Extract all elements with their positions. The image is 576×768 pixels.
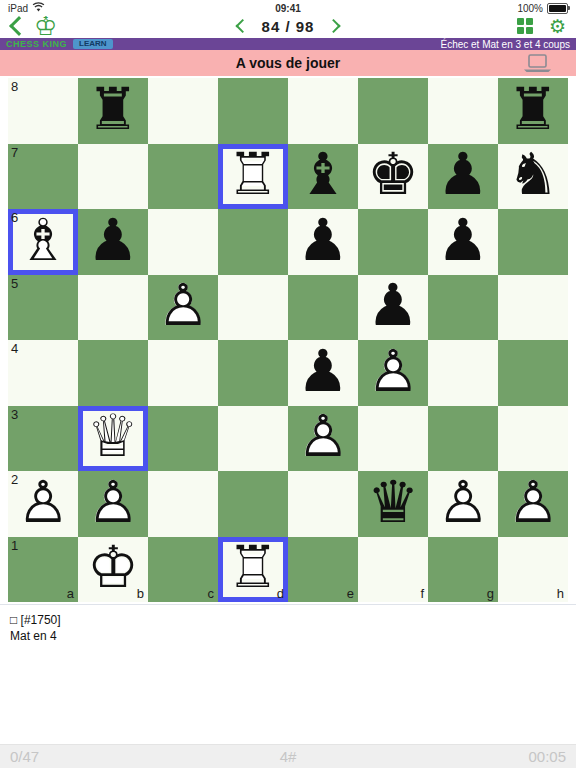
square-h6[interactable] — [498, 209, 568, 275]
rank-label-7: 7 — [11, 145, 18, 160]
square-h3[interactable] — [498, 406, 568, 472]
white-bishop: ♝♗ — [8, 209, 78, 275]
square-f6[interactable] — [358, 209, 428, 275]
square-f1[interactable]: f — [358, 537, 428, 603]
black-knight: ♞ — [498, 144, 568, 210]
square-e6[interactable]: ♟ — [288, 209, 358, 275]
square-c1[interactable]: c — [148, 537, 218, 603]
square-c4[interactable] — [148, 340, 218, 406]
your-move-prompt: A vous de jouer — [236, 55, 341, 71]
square-a5[interactable]: 5 — [8, 275, 78, 341]
square-d5[interactable] — [218, 275, 288, 341]
rank-label-6: 6 — [11, 210, 18, 225]
square-d1[interactable]: d♜♖ — [218, 537, 288, 603]
rank-label-8: 8 — [11, 79, 18, 94]
puzzle-goal: Mat en 4 — [10, 628, 61, 644]
square-b6[interactable]: ♟ — [78, 209, 148, 275]
square-e1[interactable]: e — [288, 537, 358, 603]
square-e7[interactable]: ♝ — [288, 144, 358, 210]
square-g7[interactable]: ♟ — [428, 144, 498, 210]
square-b2[interactable]: ♟♙ — [78, 471, 148, 537]
brand-logo: CHESS KING — [6, 39, 67, 49]
square-d3[interactable] — [218, 406, 288, 472]
chess-board: 8♜♜7♜♖♝♚♟♞6♝♗♟♟♟5♟♙♟4♟♟♙3♛♕♟♙2♟♙♟♙♛♟♙♟♙1… — [8, 78, 568, 602]
battery-icon — [547, 3, 568, 14]
square-e8[interactable] — [288, 78, 358, 144]
puzzle-caption: □ [#1750] Mat en 4 — [10, 612, 61, 644]
square-d8[interactable] — [218, 78, 288, 144]
square-g4[interactable] — [428, 340, 498, 406]
black-pawn: ♟ — [288, 209, 358, 275]
square-a1[interactable]: 1a — [8, 537, 78, 603]
white-queen: ♛♕ — [78, 406, 148, 472]
file-label-g: g — [487, 586, 494, 601]
black-pawn: ♟ — [78, 209, 148, 275]
puzzle-id: [#1750] — [21, 613, 61, 627]
square-e3[interactable]: ♟♙ — [288, 406, 358, 472]
white-to-move-icon: □ — [10, 613, 17, 627]
square-h5[interactable] — [498, 275, 568, 341]
rank-label-3: 3 — [11, 407, 18, 422]
square-b4[interactable] — [78, 340, 148, 406]
prompt-bar: A vous de jouer — [0, 50, 576, 76]
black-king: ♚ — [358, 144, 428, 210]
learn-badge: LEARN — [73, 39, 113, 49]
white-pawn: ♟♙ — [288, 406, 358, 472]
square-b5[interactable] — [78, 275, 148, 341]
prev-puzzle-button[interactable] — [235, 19, 249, 33]
square-a4[interactable]: 4 — [8, 340, 78, 406]
chess-king-logo-icon: ♔ — [34, 14, 57, 38]
square-g6[interactable]: ♟ — [428, 209, 498, 275]
grid-view-button[interactable] — [517, 18, 533, 34]
device-label: iPad — [8, 3, 28, 14]
white-pawn: ♟♙ — [148, 275, 218, 341]
square-g8[interactable] — [428, 78, 498, 144]
rank-label-5: 5 — [11, 276, 18, 291]
square-a7[interactable]: 7 — [8, 144, 78, 210]
rank-label-2: 2 — [11, 472, 18, 487]
black-rook: ♜ — [498, 78, 568, 144]
square-f7[interactable]: ♚ — [358, 144, 428, 210]
square-e5[interactable] — [288, 275, 358, 341]
square-c5[interactable]: ♟♙ — [148, 275, 218, 341]
bottom-bar: 0/47 4# 00:05 — [0, 744, 576, 768]
square-g2[interactable]: ♟♙ — [428, 471, 498, 537]
black-queen: ♛ — [358, 471, 428, 537]
file-label-c: c — [208, 586, 215, 601]
square-c2[interactable] — [148, 471, 218, 537]
black-bishop: ♝ — [288, 144, 358, 210]
board-shadow-line — [0, 604, 576, 605]
square-f4[interactable]: ♟♙ — [358, 340, 428, 406]
white-pawn: ♟♙ — [8, 471, 78, 537]
course-title: Échec et Mat en 3 et 4 coups — [440, 39, 570, 50]
mate-in-label: 4# — [280, 748, 297, 765]
rank-label-4: 4 — [11, 341, 18, 356]
square-d2[interactable] — [218, 471, 288, 537]
square-f2[interactable]: ♛ — [358, 471, 428, 537]
square-g3[interactable] — [428, 406, 498, 472]
black-rook: ♜ — [78, 78, 148, 144]
file-label-f: f — [420, 586, 424, 601]
square-h2[interactable]: ♟♙ — [498, 471, 568, 537]
black-pawn: ♟ — [288, 340, 358, 406]
square-f8[interactable] — [358, 78, 428, 144]
file-label-d: d — [277, 586, 284, 601]
computer-play-icon[interactable] — [522, 54, 552, 77]
square-h7[interactable]: ♞ — [498, 144, 568, 210]
square-b8[interactable]: ♜ — [78, 78, 148, 144]
square-b3[interactable]: ♛♕ — [78, 406, 148, 472]
square-c6[interactable] — [148, 209, 218, 275]
black-pawn: ♟ — [358, 275, 428, 341]
square-h4[interactable] — [498, 340, 568, 406]
file-label-e: e — [347, 586, 354, 601]
timer: 00:05 — [528, 748, 566, 765]
file-label-a: a — [67, 586, 74, 601]
status-bar: iPad 09:41 100% — [0, 0, 576, 14]
square-a3[interactable]: 3 — [8, 406, 78, 472]
square-c8[interactable] — [148, 78, 218, 144]
square-h8[interactable]: ♜ — [498, 78, 568, 144]
black-pawn: ♟ — [428, 209, 498, 275]
square-f5[interactable]: ♟ — [358, 275, 428, 341]
square-a6[interactable]: 6♝♗ — [8, 209, 78, 275]
square-a8[interactable]: 8 — [8, 78, 78, 144]
puzzle-counter: 84 / 98 — [262, 18, 315, 35]
nav-bar: ♔ 84 / 98 ⚙ — [0, 14, 576, 38]
battery-percent: 100% — [517, 3, 543, 14]
square-b1[interactable]: b♚♔ — [78, 537, 148, 603]
square-e2[interactable] — [288, 471, 358, 537]
square-d4[interactable] — [218, 340, 288, 406]
square-e4[interactable]: ♟ — [288, 340, 358, 406]
square-b7[interactable] — [78, 144, 148, 210]
square-a2[interactable]: 2♟♙ — [8, 471, 78, 537]
square-c3[interactable] — [148, 406, 218, 472]
rank-label-1: 1 — [11, 538, 18, 553]
file-label-b: b — [137, 586, 144, 601]
next-puzzle-button[interactable] — [326, 19, 340, 33]
back-button[interactable] — [9, 16, 29, 36]
white-pawn: ♟♙ — [358, 340, 428, 406]
score-counter: 0/47 — [10, 748, 39, 765]
brand-bar: CHESS KING LEARN Échec et Mat en 3 et 4 … — [0, 38, 576, 50]
white-pawn: ♟♙ — [428, 471, 498, 537]
square-g1[interactable]: g — [428, 537, 498, 603]
settings-gear-icon[interactable]: ⚙ — [549, 17, 566, 36]
black-pawn: ♟ — [428, 144, 498, 210]
square-h1[interactable]: h — [498, 537, 568, 603]
square-d6[interactable] — [218, 209, 288, 275]
clock: 09:41 — [275, 3, 301, 14]
file-label-h: h — [557, 586, 564, 601]
white-pawn: ♟♙ — [498, 471, 568, 537]
square-g5[interactable] — [428, 275, 498, 341]
white-pawn: ♟♙ — [78, 471, 148, 537]
square-d7[interactable]: ♜♖ — [218, 144, 288, 210]
square-f3[interactable] — [358, 406, 428, 472]
square-c7[interactable] — [148, 144, 218, 210]
white-rook: ♜♖ — [218, 144, 288, 210]
